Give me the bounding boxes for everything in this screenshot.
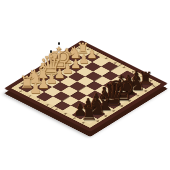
piece-white-pawn[interactable]: ♟ bbox=[20, 81, 52, 95]
product-photo: 12345678 12345678 HGFEDCBA HGFEDCBA ♜♟♟♜… bbox=[0, 0, 170, 170]
piece-black-rook[interactable]: ♜ bbox=[73, 103, 105, 123]
